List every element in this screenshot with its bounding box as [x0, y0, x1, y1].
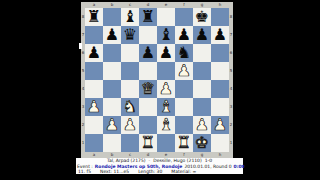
square-e7[interactable]: ♝ — [157, 26, 175, 44]
square-h3[interactable] — [211, 98, 229, 116]
square-b3[interactable] — [103, 98, 121, 116]
chess-board-frame: abcdefgh 87654321 87654321 ♜♝♜♚♟♛♝♟♟♟♟♟♟… — [81, 2, 233, 158]
rank-label-4: 4 — [229, 80, 233, 98]
black-king: ♚ — [195, 8, 209, 26]
square-b4[interactable] — [103, 80, 121, 98]
square-b6[interactable] — [103, 44, 121, 62]
square-d7[interactable] — [139, 26, 157, 44]
square-d3[interactable] — [139, 98, 157, 116]
chess-board: ♜♝♜♚♟♛♝♟♟♟♟♟♟♞♟♛♟♟♞♝♟♟♝♟♟♜♜♚ — [85, 8, 229, 152]
rank-label-8: 8 — [229, 8, 233, 26]
square-a3[interactable]: ♟ — [85, 98, 103, 116]
square-d1[interactable]: ♜ — [139, 134, 157, 152]
square-c6[interactable] — [121, 44, 139, 62]
square-e8[interactable] — [157, 8, 175, 26]
square-c5[interactable] — [121, 62, 139, 80]
white-pawn: ♟ — [213, 116, 227, 134]
white-pawn: ♟ — [105, 116, 119, 134]
square-c8[interactable]: ♝ — [121, 8, 139, 26]
white-pawn: ♟ — [159, 80, 173, 98]
black-bishop: ♝ — [159, 26, 173, 44]
square-g6[interactable] — [193, 44, 211, 62]
black-pawn: ♟ — [195, 26, 209, 44]
square-h2[interactable]: ♟ — [211, 116, 229, 134]
square-g2[interactable]: ♟ — [193, 116, 211, 134]
event-time: 0:00 — [234, 164, 245, 169]
square-f7[interactable]: ♟ — [175, 26, 193, 44]
square-a4[interactable] — [85, 80, 103, 98]
square-h5[interactable] — [211, 62, 229, 80]
square-f3[interactable] — [175, 98, 193, 116]
rank-label-7: 7 — [229, 26, 233, 44]
next-move: Next: 11...e5 — [100, 169, 129, 174]
rank-label-6: 6 — [229, 44, 233, 62]
square-h4[interactable] — [211, 80, 229, 98]
square-h1[interactable] — [211, 134, 229, 152]
square-c7[interactable]: ♛ — [121, 26, 139, 44]
square-a5[interactable] — [85, 62, 103, 80]
square-h7[interactable]: ♟ — [211, 26, 229, 44]
square-e1[interactable] — [157, 134, 175, 152]
square-e4[interactable]: ♟ — [157, 80, 175, 98]
square-b7[interactable]: ♟ — [103, 26, 121, 44]
white-bishop: ♝ — [159, 98, 173, 116]
square-f2[interactable] — [175, 116, 193, 134]
white-king: ♚ — [195, 134, 209, 152]
game-info-panel: Tal, Arpad (2175) - Dessille, Hugo (2110… — [76, 158, 243, 174]
square-d2[interactable] — [139, 116, 157, 134]
black-pawn: ♟ — [177, 26, 191, 44]
square-c4[interactable] — [121, 80, 139, 98]
square-c2[interactable]: ♟ — [121, 116, 139, 134]
white-queen: ♛ — [141, 80, 155, 98]
square-f8[interactable] — [175, 8, 193, 26]
highlight-marker — [79, 43, 82, 49]
square-a6[interactable]: ♟ — [85, 44, 103, 62]
square-g1[interactable]: ♚ — [193, 134, 211, 152]
rank-label-1: 1 — [229, 134, 233, 152]
square-f6[interactable]: ♞ — [175, 44, 193, 62]
video-frame: abcdefgh 87654321 87654321 ♜♝♜♚♟♛♝♟♟♟♟♟♟… — [0, 0, 320, 180]
square-d4[interactable]: ♛ — [139, 80, 157, 98]
square-g7[interactable]: ♟ — [193, 26, 211, 44]
black-queen: ♛ — [123, 26, 137, 44]
white-pawn: ♟ — [195, 116, 209, 134]
square-d8[interactable]: ♜ — [139, 8, 157, 26]
rank-label-5: 5 — [229, 62, 233, 80]
black-pawn: ♟ — [87, 44, 101, 62]
square-b8[interactable] — [103, 8, 121, 26]
square-e2[interactable]: ♝ — [157, 116, 175, 134]
square-a8[interactable]: ♜ — [85, 8, 103, 26]
white-pawn: ♟ — [87, 98, 101, 116]
square-a7[interactable] — [85, 26, 103, 44]
square-f5[interactable]: ♟ — [175, 62, 193, 80]
square-e5[interactable] — [157, 62, 175, 80]
status-line: 11. f5 Next: 11...e5 Length: 30 Material… — [76, 169, 243, 174]
square-h8[interactable] — [211, 8, 229, 26]
square-g4[interactable] — [193, 80, 211, 98]
square-b2[interactable]: ♟ — [103, 116, 121, 134]
white-knight: ♞ — [123, 98, 137, 116]
black-knight: ♞ — [177, 44, 191, 62]
square-d5[interactable] — [139, 62, 157, 80]
square-g3[interactable] — [193, 98, 211, 116]
square-a1[interactable] — [85, 134, 103, 152]
square-b1[interactable] — [103, 134, 121, 152]
square-b5[interactable] — [103, 62, 121, 80]
square-a2[interactable] — [85, 116, 103, 134]
rank-label-3: 3 — [229, 98, 233, 116]
material-balance: Material: = — [171, 169, 196, 174]
white-rook: ♜ — [177, 134, 191, 152]
black-pawn: ♟ — [105, 26, 119, 44]
black-pawn: ♟ — [141, 44, 155, 62]
black-pawn: ♟ — [159, 44, 173, 62]
square-c1[interactable] — [121, 134, 139, 152]
black-rook: ♜ — [141, 8, 155, 26]
game-length: Length: 30 — [138, 169, 162, 174]
black-pawn: ♟ — [213, 26, 227, 44]
black-bishop: ♝ — [123, 8, 137, 26]
square-f1[interactable]: ♜ — [175, 134, 193, 152]
square-d6[interactable]: ♟ — [139, 44, 157, 62]
rank-labels-right: 87654321 — [229, 8, 233, 152]
rank-label-2: 2 — [229, 116, 233, 134]
white-rook: ♜ — [141, 134, 155, 152]
square-h6[interactable] — [211, 44, 229, 62]
square-c3[interactable]: ♞ — [121, 98, 139, 116]
last-move: 11. f5 — [78, 169, 91, 174]
white-pawn: ♟ — [123, 116, 137, 134]
black-rook: ♜ — [87, 8, 101, 26]
square-f4[interactable] — [175, 80, 193, 98]
square-e6[interactable]: ♟ — [157, 44, 175, 62]
square-g5[interactable] — [193, 62, 211, 80]
white-bishop: ♝ — [159, 116, 173, 134]
white-pawn: ♟ — [177, 62, 191, 80]
square-g8[interactable]: ♚ — [193, 8, 211, 26]
square-e3[interactable]: ♝ — [157, 98, 175, 116]
